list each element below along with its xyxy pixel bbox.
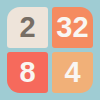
tile-32-value: 32 <box>56 13 88 42</box>
tile-2: 2 <box>7 7 48 48</box>
tile-4: 4 <box>52 52 93 93</box>
2048-app-icon[interactable]: 2 32 8 4 <box>0 0 100 100</box>
tile-2-value: 2 <box>19 13 35 42</box>
tile-8: 8 <box>7 52 48 93</box>
tile-8-value: 8 <box>19 58 35 87</box>
tile-32: 32 <box>52 7 93 48</box>
tile-4-value: 4 <box>64 58 80 87</box>
